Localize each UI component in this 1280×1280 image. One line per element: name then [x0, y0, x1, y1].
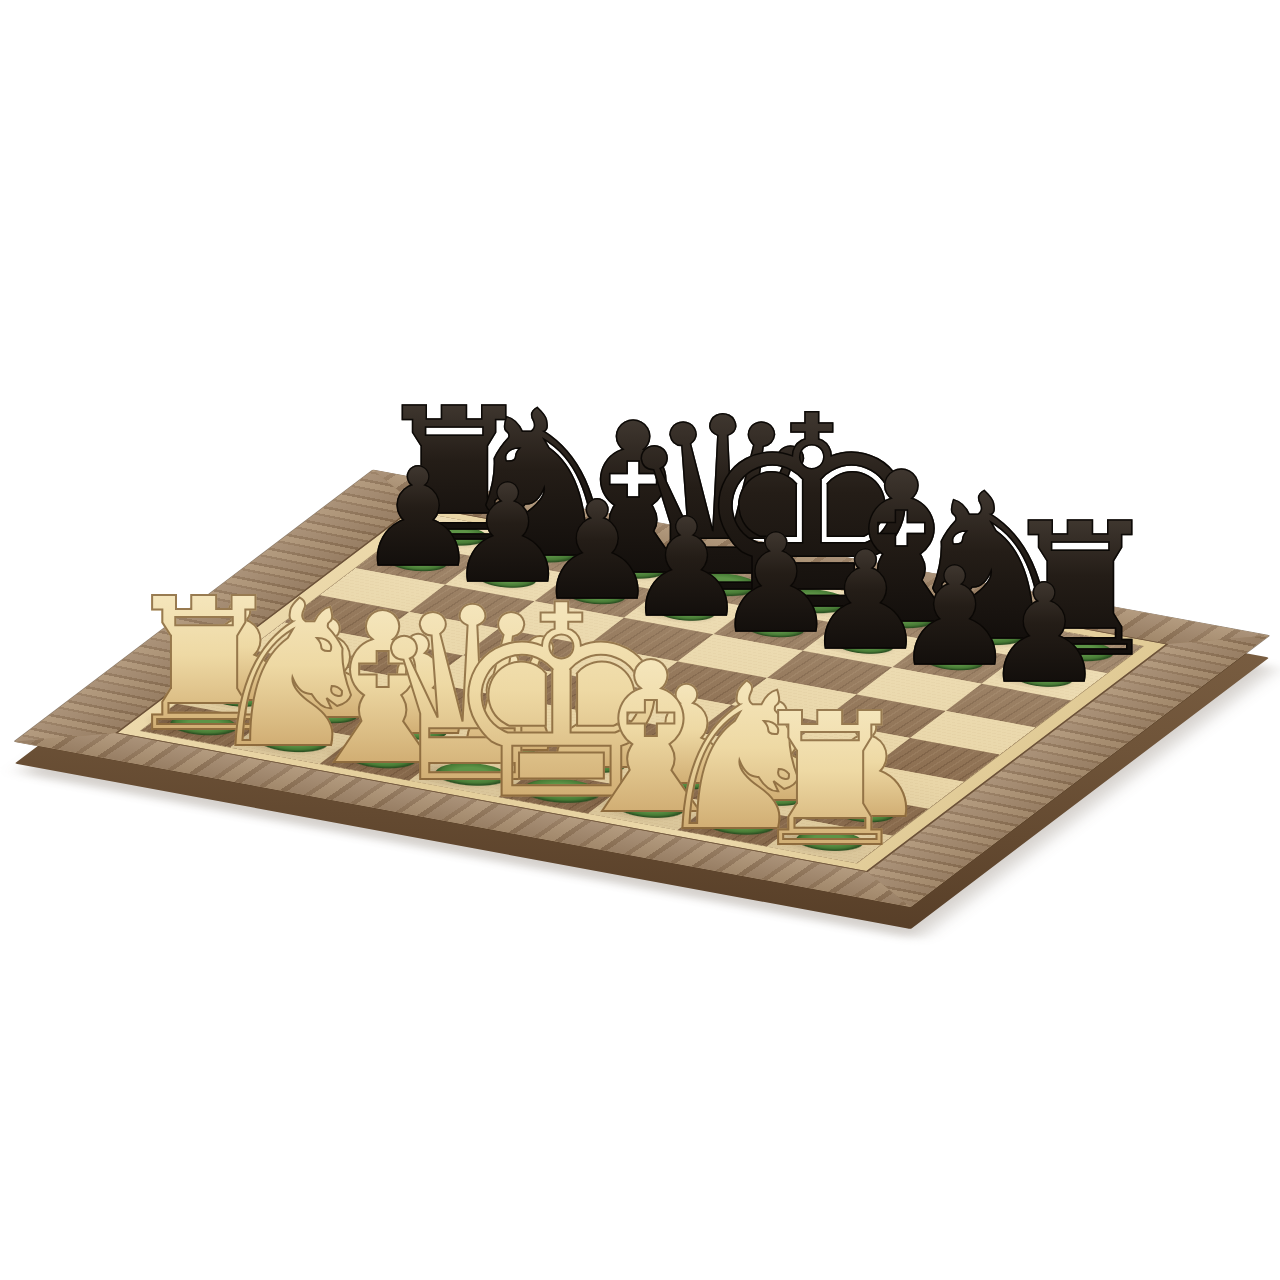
pieces-layer: ♜♞♝♛♚♝♞♜♟♟♟♟♟♟♟♟♟♟♟♟♟♟♟♟♜♞♝♛♚♝♞♜ — [15, 470, 1270, 907]
white-rook-glyph: ♜ — [660, 688, 1000, 872]
black-pawn-glyph: ♟ — [874, 566, 1214, 702]
chess-set-photo: ♜♞♝♛♚♝♞♜♟♟♟♟♟♟♟♟♟♟♟♟♟♟♟♟♜♞♝♛♚♝♞♜ — [0, 0, 1280, 1280]
piece-white-rook-h1[interactable]: ♜ — [767, 819, 892, 863]
chess-board: ♜♞♝♛♚♝♞♜♟♟♟♟♟♟♟♟♟♟♟♟♟♟♟♟♜♞♝♛♚♝♞♜ — [15, 470, 1270, 907]
piece-black-pawn-h7[interactable]: ♟ — [982, 657, 1107, 701]
